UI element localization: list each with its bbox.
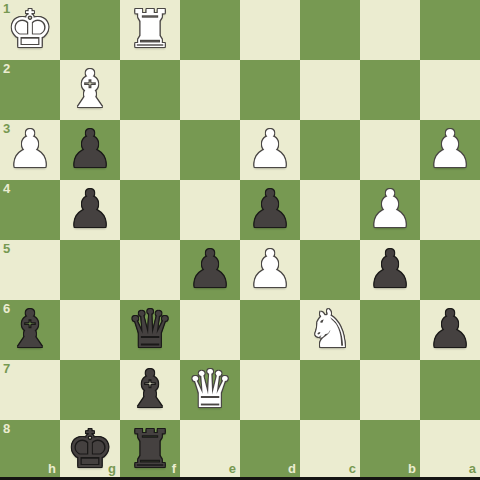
square-h8[interactable]: 8h: [0, 420, 60, 480]
square-f2[interactable]: [120, 60, 180, 120]
piece-white-pawn-h3[interactable]: ♟: [7, 123, 54, 175]
square-f8[interactable]: f♜: [120, 420, 180, 480]
square-e5[interactable]: ♟: [180, 240, 240, 300]
square-b7[interactable]: [360, 360, 420, 420]
square-e4[interactable]: [180, 180, 240, 240]
square-e7[interactable]: ♛: [180, 360, 240, 420]
square-e2[interactable]: [180, 60, 240, 120]
square-d2[interactable]: [240, 60, 300, 120]
square-h3[interactable]: 3♟: [0, 120, 60, 180]
rank-label-8: 8: [3, 422, 10, 435]
piece-white-queen-e7[interactable]: ♛: [187, 363, 234, 415]
file-label-a: a: [469, 462, 476, 475]
square-g3[interactable]: ♟: [60, 120, 120, 180]
square-d4[interactable]: ♟: [240, 180, 300, 240]
piece-white-pawn-d5[interactable]: ♟: [247, 243, 294, 295]
piece-white-pawn-a3[interactable]: ♟: [427, 123, 474, 175]
square-c1[interactable]: [300, 0, 360, 60]
square-d1[interactable]: [240, 0, 300, 60]
piece-white-pawn-b4[interactable]: ♟: [367, 183, 414, 235]
rank-label-5: 5: [3, 242, 10, 255]
square-b3[interactable]: [360, 120, 420, 180]
rank-label-2: 2: [3, 62, 10, 75]
square-b5[interactable]: ♟: [360, 240, 420, 300]
piece-black-pawn-d4[interactable]: ♟: [247, 183, 294, 235]
square-h2[interactable]: 2: [0, 60, 60, 120]
square-d3[interactable]: ♟: [240, 120, 300, 180]
piece-black-rook-f8[interactable]: ♜: [127, 423, 174, 475]
square-a1[interactable]: [420, 0, 480, 60]
square-c5[interactable]: [300, 240, 360, 300]
piece-black-bishop-h6[interactable]: ♝: [7, 303, 54, 355]
square-h5[interactable]: 5: [0, 240, 60, 300]
square-h4[interactable]: 4: [0, 180, 60, 240]
piece-black-pawn-e5[interactable]: ♟: [187, 243, 234, 295]
square-a6[interactable]: ♟: [420, 300, 480, 360]
square-g5[interactable]: [60, 240, 120, 300]
square-g7[interactable]: [60, 360, 120, 420]
square-d5[interactable]: ♟: [240, 240, 300, 300]
rank-label-7: 7: [3, 362, 10, 375]
square-a5[interactable]: [420, 240, 480, 300]
piece-black-pawn-a6[interactable]: ♟: [427, 303, 474, 355]
square-g4[interactable]: ♟: [60, 180, 120, 240]
square-e3[interactable]: [180, 120, 240, 180]
square-c6[interactable]: ♞: [300, 300, 360, 360]
square-c7[interactable]: [300, 360, 360, 420]
piece-white-knight-c6[interactable]: ♞: [307, 303, 354, 355]
file-label-d: d: [288, 462, 296, 475]
square-a7[interactable]: [420, 360, 480, 420]
piece-black-bishop-f7[interactable]: ♝: [127, 363, 174, 415]
square-c3[interactable]: [300, 120, 360, 180]
square-b8[interactable]: b: [360, 420, 420, 480]
square-d8[interactable]: d: [240, 420, 300, 480]
file-label-b: b: [408, 462, 416, 475]
square-d6[interactable]: [240, 300, 300, 360]
square-e6[interactable]: [180, 300, 240, 360]
square-e8[interactable]: e: [180, 420, 240, 480]
square-f7[interactable]: ♝: [120, 360, 180, 420]
square-g2[interactable]: ♝: [60, 60, 120, 120]
square-b6[interactable]: [360, 300, 420, 360]
square-f4[interactable]: [120, 180, 180, 240]
square-b4[interactable]: ♟: [360, 180, 420, 240]
piece-white-king-h1[interactable]: ♚: [7, 3, 54, 55]
file-label-h: h: [48, 462, 56, 475]
chess-board: 1♚♜2♝3♟♟♟♟4♟♟♟5♟♟♟6♝♛♞♟7♝♛8hg♚f♜edcba: [0, 0, 480, 480]
square-g6[interactable]: [60, 300, 120, 360]
rank-label-4: 4: [3, 182, 10, 195]
piece-white-bishop-g2[interactable]: ♝: [67, 63, 114, 115]
square-a4[interactable]: [420, 180, 480, 240]
square-d7[interactable]: [240, 360, 300, 420]
square-h6[interactable]: 6♝: [0, 300, 60, 360]
file-label-e: e: [229, 462, 236, 475]
square-b2[interactable]: [360, 60, 420, 120]
square-a3[interactable]: ♟: [420, 120, 480, 180]
piece-black-pawn-b5[interactable]: ♟: [367, 243, 414, 295]
square-c8[interactable]: c: [300, 420, 360, 480]
piece-black-queen-f6[interactable]: ♛: [127, 303, 174, 355]
piece-white-pawn-d3[interactable]: ♟: [247, 123, 294, 175]
square-f1[interactable]: ♜: [120, 0, 180, 60]
piece-white-rook-f1[interactable]: ♜: [127, 3, 174, 55]
square-b1[interactable]: [360, 0, 420, 60]
square-f5[interactable]: [120, 240, 180, 300]
file-label-c: c: [349, 462, 356, 475]
square-a8[interactable]: a: [420, 420, 480, 480]
square-f6[interactable]: ♛: [120, 300, 180, 360]
piece-black-pawn-g3[interactable]: ♟: [67, 123, 114, 175]
square-h1[interactable]: 1♚: [0, 0, 60, 60]
square-f3[interactable]: [120, 120, 180, 180]
square-g1[interactable]: [60, 0, 120, 60]
square-a2[interactable]: [420, 60, 480, 120]
square-c4[interactable]: [300, 180, 360, 240]
square-c2[interactable]: [300, 60, 360, 120]
square-h7[interactable]: 7: [0, 360, 60, 420]
square-g8[interactable]: g♚: [60, 420, 120, 480]
square-e1[interactable]: [180, 0, 240, 60]
piece-black-pawn-g4[interactable]: ♟: [67, 183, 114, 235]
piece-black-king-g8[interactable]: ♚: [67, 423, 114, 475]
